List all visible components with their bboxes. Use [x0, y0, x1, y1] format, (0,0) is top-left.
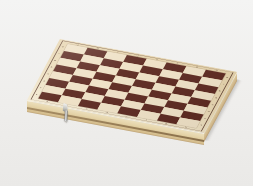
metal-clasp-icon [61, 102, 71, 122]
product-photo: abcdefgh abcdefgh 87654321 87654321 [0, 0, 253, 186]
clasp-stem [64, 110, 68, 122]
